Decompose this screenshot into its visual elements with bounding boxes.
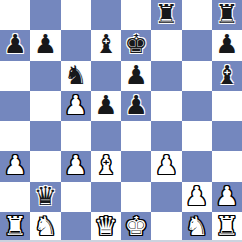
square-b2[interactable]: ♛ [30, 182, 60, 212]
black-pawn[interactable]: ♟ [94, 92, 117, 118]
square-a4[interactable] [0, 121, 30, 151]
square-h5[interactable] [212, 91, 242, 121]
square-h7[interactable]: ♟ [212, 30, 242, 60]
white-king[interactable]: ♚ [124, 213, 147, 239]
chess-board: ♜♜♟♟♝♚♟♞♟♝♟♟♟♟♟♝♟♛♟♟♜♞♛♚♞♜ [0, 0, 242, 242]
square-a2[interactable] [0, 182, 30, 212]
square-f8[interactable]: ♜ [151, 0, 181, 30]
black-pawn[interactable]: ♟ [34, 31, 57, 57]
square-a3[interactable]: ♟ [0, 151, 30, 181]
square-h6[interactable]: ♝ [212, 61, 242, 91]
black-queen[interactable]: ♛ [34, 183, 57, 209]
square-f6[interactable] [151, 61, 181, 91]
square-c7[interactable] [61, 30, 91, 60]
square-h2[interactable]: ♟ [212, 182, 242, 212]
white-rook[interactable]: ♜ [215, 213, 238, 239]
white-pawn[interactable]: ♟ [3, 152, 26, 178]
white-queen[interactable]: ♛ [94, 213, 117, 239]
square-b3[interactable] [30, 151, 60, 181]
square-c1[interactable] [61, 212, 91, 242]
square-h1[interactable]: ♜ [212, 212, 242, 242]
square-f4[interactable] [151, 121, 181, 151]
square-f2[interactable] [151, 182, 181, 212]
square-b1[interactable]: ♞ [30, 212, 60, 242]
white-knight[interactable]: ♞ [34, 213, 57, 239]
black-pawn[interactable]: ♟ [124, 92, 147, 118]
black-rook[interactable]: ♜ [215, 1, 238, 27]
black-knight[interactable]: ♞ [64, 62, 87, 88]
square-d1[interactable]: ♛ [91, 212, 121, 242]
square-e4[interactable] [121, 121, 151, 151]
white-knight[interactable]: ♞ [185, 213, 208, 239]
white-pawn[interactable]: ♟ [64, 92, 87, 118]
white-pawn[interactable]: ♟ [155, 152, 178, 178]
square-g8[interactable] [182, 0, 212, 30]
black-pawn[interactable]: ♟ [3, 31, 26, 57]
square-d3[interactable]: ♝ [91, 151, 121, 181]
black-pawn[interactable]: ♟ [215, 31, 238, 57]
square-f3[interactable]: ♟ [151, 151, 181, 181]
square-g4[interactable] [182, 121, 212, 151]
square-e1[interactable]: ♚ [121, 212, 151, 242]
square-a6[interactable] [0, 61, 30, 91]
white-bishop[interactable]: ♝ [94, 152, 117, 178]
black-bishop[interactable]: ♝ [94, 31, 117, 57]
square-b8[interactable] [30, 0, 60, 30]
white-rook[interactable]: ♜ [3, 213, 26, 239]
square-f1[interactable] [151, 212, 181, 242]
square-a5[interactable] [0, 91, 30, 121]
square-e7[interactable]: ♚ [121, 30, 151, 60]
square-d6[interactable] [91, 61, 121, 91]
black-rook[interactable]: ♜ [155, 1, 178, 27]
square-f7[interactable] [151, 30, 181, 60]
square-a8[interactable] [0, 0, 30, 30]
square-c5[interactable]: ♟ [61, 91, 91, 121]
white-pawn[interactable]: ♟ [215, 183, 238, 209]
chessboard-screenshot: ♜♜♟♟♝♚♟♞♟♝♟♟♟♟♟♝♟♛♟♟♜♞♛♚♞♜ [0, 0, 242, 242]
square-g2[interactable]: ♟ [182, 182, 212, 212]
square-g5[interactable] [182, 91, 212, 121]
square-a1[interactable]: ♜ [0, 212, 30, 242]
square-c6[interactable]: ♞ [61, 61, 91, 91]
square-c3[interactable]: ♟ [61, 151, 91, 181]
square-g1[interactable]: ♞ [182, 212, 212, 242]
square-e2[interactable] [121, 182, 151, 212]
square-b6[interactable] [30, 61, 60, 91]
black-pawn[interactable]: ♟ [124, 62, 147, 88]
square-d4[interactable] [91, 121, 121, 151]
black-bishop[interactable]: ♝ [215, 62, 238, 88]
square-d2[interactable] [91, 182, 121, 212]
square-b5[interactable] [30, 91, 60, 121]
square-d7[interactable]: ♝ [91, 30, 121, 60]
square-h8[interactable]: ♜ [212, 0, 242, 30]
square-e6[interactable]: ♟ [121, 61, 151, 91]
square-f5[interactable] [151, 91, 181, 121]
square-b7[interactable]: ♟ [30, 30, 60, 60]
square-g6[interactable] [182, 61, 212, 91]
square-e5[interactable]: ♟ [121, 91, 151, 121]
square-d5[interactable]: ♟ [91, 91, 121, 121]
square-a7[interactable]: ♟ [0, 30, 30, 60]
black-king[interactable]: ♚ [124, 31, 147, 57]
square-g3[interactable] [182, 151, 212, 181]
square-e8[interactable] [121, 0, 151, 30]
square-g7[interactable] [182, 30, 212, 60]
square-e3[interactable] [121, 151, 151, 181]
square-c8[interactable] [61, 0, 91, 30]
square-b4[interactable] [30, 121, 60, 151]
square-h3[interactable] [212, 151, 242, 181]
square-c4[interactable] [61, 121, 91, 151]
white-pawn[interactable]: ♟ [185, 183, 208, 209]
square-d8[interactable] [91, 0, 121, 30]
square-h4[interactable] [212, 121, 242, 151]
white-pawn[interactable]: ♟ [64, 152, 87, 178]
square-c2[interactable] [61, 182, 91, 212]
